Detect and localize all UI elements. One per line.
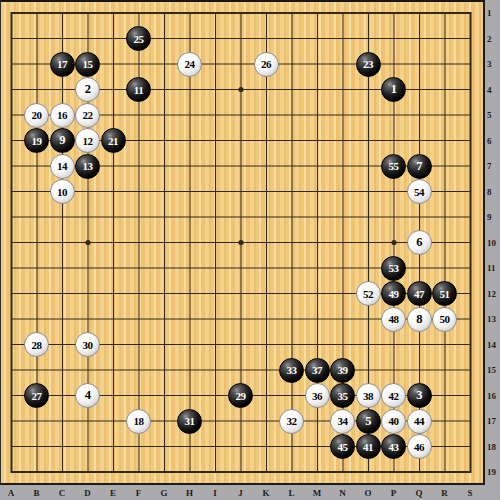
stone-black-Q12[interactable]: 47 [407, 281, 432, 306]
stone-black-R12[interactable]: 51 [432, 281, 457, 306]
row-label-9: 9 [485, 204, 500, 230]
row-label-1: 1 [485, 0, 500, 26]
row-label-14: 14 [485, 332, 500, 358]
column-label-H: H [177, 485, 203, 500]
row-label-10: 10 [485, 230, 500, 256]
stone-white-C5[interactable]: 16 [50, 103, 75, 128]
stone-white-B14[interactable]: 28 [24, 332, 49, 357]
stone-black-B6[interactable]: 19 [24, 128, 49, 153]
column-label-C: C [49, 485, 75, 500]
row-label-3: 3 [485, 51, 500, 77]
stone-black-C3[interactable]: 17 [50, 52, 75, 77]
row-label-17: 17 [485, 408, 500, 434]
row-label-19: 19 [485, 459, 500, 485]
row-label-8: 8 [485, 179, 500, 205]
stone-black-H17[interactable]: 31 [177, 409, 202, 434]
column-label-B: B [24, 485, 50, 500]
stone-white-Q18[interactable]: 46 [407, 434, 432, 459]
stone-black-P18[interactable]: 43 [381, 434, 406, 459]
stone-white-D6[interactable]: 12 [75, 128, 100, 153]
stone-white-K3[interactable]: 26 [254, 52, 279, 77]
stone-black-D7[interactable]: 13 [75, 154, 100, 179]
stone-black-J16[interactable]: 29 [228, 383, 253, 408]
row-label-15: 15 [485, 357, 500, 383]
stone-white-L17[interactable]: 32 [279, 409, 304, 434]
stones-layer: 1234567891011121314151617181920212223242… [0, 0, 483, 485]
row-label-4: 4 [485, 77, 500, 103]
stone-black-N18[interactable]: 45 [330, 434, 355, 459]
stone-black-Q7[interactable]: 7 [407, 154, 432, 179]
stone-black-B16[interactable]: 27 [24, 383, 49, 408]
stone-white-F17[interactable]: 18 [126, 409, 151, 434]
row-label-16: 16 [485, 383, 500, 409]
row-label-2: 2 [485, 26, 500, 52]
stone-white-Q8[interactable]: 54 [407, 179, 432, 204]
stone-white-C7[interactable]: 14 [50, 154, 75, 179]
column-label-O: O [355, 485, 381, 500]
column-label-L: L [279, 485, 305, 500]
row-label-7: 7 [485, 153, 500, 179]
stone-white-P17[interactable]: 40 [381, 409, 406, 434]
column-label-P: P [381, 485, 407, 500]
column-label-strip: ABCDEFGHIJKLMNOPQRS [0, 485, 500, 500]
stone-black-P12[interactable]: 49 [381, 281, 406, 306]
stone-white-P13[interactable]: 48 [381, 307, 406, 332]
row-label-5: 5 [485, 102, 500, 128]
stone-white-N17[interactable]: 34 [330, 409, 355, 434]
column-label-N: N [330, 485, 356, 500]
stone-black-M15[interactable]: 37 [305, 358, 330, 383]
stone-white-Q10[interactable]: 6 [407, 230, 432, 255]
column-label-S: S [457, 485, 483, 500]
stone-white-D14[interactable]: 30 [75, 332, 100, 357]
stone-white-D5[interactable]: 22 [75, 103, 100, 128]
stone-white-Q13[interactable]: 8 [407, 307, 432, 332]
stone-black-E6[interactable]: 21 [101, 128, 126, 153]
stone-white-M16[interactable]: 36 [305, 383, 330, 408]
stone-black-D3[interactable]: 15 [75, 52, 100, 77]
stone-black-N15[interactable]: 39 [330, 358, 355, 383]
stone-black-C6[interactable]: 9 [50, 128, 75, 153]
stone-black-O17[interactable]: 5 [356, 409, 381, 434]
go-diagram-screenshot: 1234567891011121314151617181920212223242… [0, 0, 500, 500]
stone-white-B5[interactable]: 20 [24, 103, 49, 128]
row-label-13: 13 [485, 306, 500, 332]
stone-black-N16[interactable]: 35 [330, 383, 355, 408]
stone-black-P7[interactable]: 55 [381, 154, 406, 179]
column-label-E: E [100, 485, 126, 500]
row-labels: 12345678910111213141516171819 [485, 0, 500, 485]
row-label-12: 12 [485, 281, 500, 307]
stone-black-O3[interactable]: 23 [356, 52, 381, 77]
stone-white-Q17[interactable]: 44 [407, 409, 432, 434]
stone-black-F4[interactable]: 11 [126, 77, 151, 102]
stone-white-O16[interactable]: 38 [356, 383, 381, 408]
row-label-11: 11 [485, 255, 500, 281]
stone-white-D4[interactable]: 2 [75, 77, 100, 102]
column-labels: ABCDEFGHIJKLMNOPQRS [0, 485, 483, 500]
stone-black-P11[interactable]: 53 [381, 256, 406, 281]
stone-black-Q16[interactable]: 3 [407, 383, 432, 408]
stone-white-O12[interactable]: 52 [356, 281, 381, 306]
column-label-K: K [253, 485, 279, 500]
stone-white-H3[interactable]: 24 [177, 52, 202, 77]
stone-black-F2[interactable]: 25 [126, 26, 151, 51]
stone-black-L15[interactable]: 33 [279, 358, 304, 383]
column-label-M: M [304, 485, 330, 500]
stone-white-C8[interactable]: 10 [50, 179, 75, 204]
row-label-18: 18 [485, 434, 500, 460]
stone-white-R13[interactable]: 50 [432, 307, 457, 332]
stone-white-P16[interactable]: 42 [381, 383, 406, 408]
column-label-J: J [228, 485, 254, 500]
column-label-A: A [0, 485, 24, 500]
column-label-D: D [75, 485, 101, 500]
row-label-strip: 12345678910111213141516171819 [485, 0, 500, 485]
column-label-R: R [432, 485, 458, 500]
column-label-Q: Q [406, 485, 432, 500]
stone-black-P4[interactable]: 1 [381, 77, 406, 102]
column-label-I: I [202, 485, 228, 500]
column-label-F: F [126, 485, 152, 500]
row-label-6: 6 [485, 128, 500, 154]
stone-black-O18[interactable]: 41 [356, 434, 381, 459]
column-label-G: G [151, 485, 177, 500]
stone-white-D16[interactable]: 4 [75, 383, 100, 408]
